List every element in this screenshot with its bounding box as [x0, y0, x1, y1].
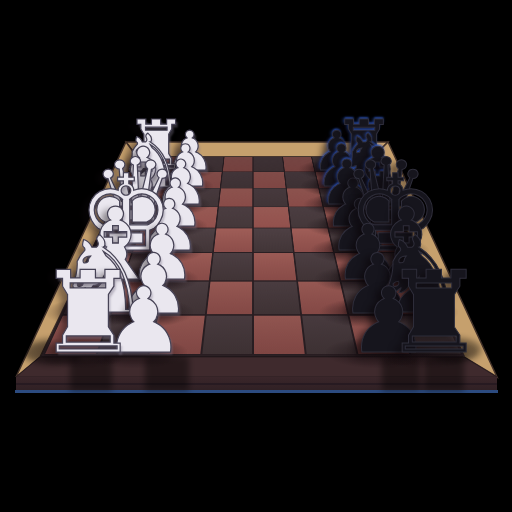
- piece-white-rook-h1[interactable]: ♜: [31, 257, 145, 371]
- piece-black-rook-h8[interactable]: ♜: [377, 257, 491, 371]
- chess-illustration: ♜♟♟♜♞♟♟♞♝♟♟♝♛♟♟♛♚♟♟♚♝♟♟♝♞♟♟♞♜♟♟♜: [0, 0, 512, 512]
- pieces-layer: ♜♟♟♜♞♟♟♞♝♟♟♝♛♟♟♛♚♟♟♚♝♟♟♝♞♟♟♞♜♟♟♜: [0, 0, 512, 512]
